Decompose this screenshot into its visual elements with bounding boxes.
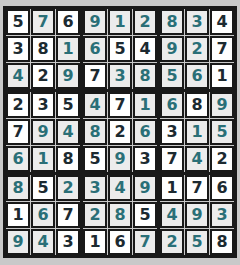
cell-r1c1[interactable]: 5 bbox=[6, 9, 30, 35]
cell-r2c2[interactable]: 8 bbox=[31, 36, 55, 62]
cell-r9c7[interactable]: 2 bbox=[160, 229, 184, 255]
cell-r3c2[interactable]: 2 bbox=[31, 63, 55, 89]
cell-r5c2[interactable]: 9 bbox=[31, 119, 55, 145]
cell-r7c8[interactable]: 7 bbox=[185, 175, 209, 201]
box-1-3: 834927561 bbox=[160, 9, 234, 89]
sudoku-board: 5763814299126547388349275612357946184718… bbox=[3, 6, 237, 258]
cell-r5c5[interactable]: 2 bbox=[108, 119, 132, 145]
cell-r3c4[interactable]: 7 bbox=[83, 63, 107, 89]
cell-r6c7[interactable]: 7 bbox=[160, 146, 184, 172]
cell-r9c8[interactable]: 5 bbox=[185, 229, 209, 255]
cell-r9c9[interactable]: 8 bbox=[210, 229, 234, 255]
cell-r6c6[interactable]: 3 bbox=[133, 146, 157, 172]
cell-r5c6[interactable]: 6 bbox=[133, 119, 157, 145]
cell-r7c7[interactable]: 1 bbox=[160, 175, 184, 201]
cell-r6c3[interactable]: 8 bbox=[56, 146, 80, 172]
cell-r8c5[interactable]: 8 bbox=[108, 202, 132, 228]
cell-r5c4[interactable]: 8 bbox=[83, 119, 107, 145]
cell-r8c7[interactable]: 4 bbox=[160, 202, 184, 228]
cell-r3c7[interactable]: 5 bbox=[160, 63, 184, 89]
cell-r1c8[interactable]: 3 bbox=[185, 9, 209, 35]
cell-r4c3[interactable]: 5 bbox=[56, 92, 80, 118]
cell-r8c8[interactable]: 9 bbox=[185, 202, 209, 228]
cell-r1c6[interactable]: 2 bbox=[133, 9, 157, 35]
box-2-1: 235794618 bbox=[6, 92, 80, 172]
cell-r3c1[interactable]: 4 bbox=[6, 63, 30, 89]
cell-r2c9[interactable]: 7 bbox=[210, 36, 234, 62]
cell-r4c8[interactable]: 8 bbox=[185, 92, 209, 118]
cell-r7c1[interactable]: 8 bbox=[6, 175, 30, 201]
cell-r7c9[interactable]: 6 bbox=[210, 175, 234, 201]
cell-r4c4[interactable]: 4 bbox=[83, 92, 107, 118]
cell-r9c3[interactable]: 3 bbox=[56, 229, 80, 255]
cell-r7c5[interactable]: 4 bbox=[108, 175, 132, 201]
cell-r8c4[interactable]: 2 bbox=[83, 202, 107, 228]
box-1-1: 576381429 bbox=[6, 9, 80, 89]
cell-r5c9[interactable]: 5 bbox=[210, 119, 234, 145]
cell-r9c5[interactable]: 6 bbox=[108, 229, 132, 255]
cell-r8c6[interactable]: 5 bbox=[133, 202, 157, 228]
cell-r2c4[interactable]: 6 bbox=[83, 36, 107, 62]
cell-r9c4[interactable]: 1 bbox=[83, 229, 107, 255]
cell-r7c6[interactable]: 9 bbox=[133, 175, 157, 201]
box-3-3: 176493258 bbox=[160, 175, 234, 255]
cell-r8c9[interactable]: 3 bbox=[210, 202, 234, 228]
cell-r6c8[interactable]: 4 bbox=[185, 146, 209, 172]
cell-r7c4[interactable]: 3 bbox=[83, 175, 107, 201]
cell-r3c9[interactable]: 1 bbox=[210, 63, 234, 89]
cell-r4c5[interactable]: 7 bbox=[108, 92, 132, 118]
box-3-1: 852167943 bbox=[6, 175, 80, 255]
cell-r7c3[interactable]: 2 bbox=[56, 175, 80, 201]
cell-r1c7[interactable]: 8 bbox=[160, 9, 184, 35]
cell-r1c4[interactable]: 9 bbox=[83, 9, 107, 35]
cell-r1c9[interactable]: 4 bbox=[210, 9, 234, 35]
cell-r9c2[interactable]: 4 bbox=[31, 229, 55, 255]
cell-r4c9[interactable]: 9 bbox=[210, 92, 234, 118]
cell-r1c3[interactable]: 6 bbox=[56, 9, 80, 35]
cell-r2c5[interactable]: 5 bbox=[108, 36, 132, 62]
cell-r9c1[interactable]: 9 bbox=[6, 229, 30, 255]
box-1-2: 912654738 bbox=[83, 9, 157, 89]
cell-r5c3[interactable]: 4 bbox=[56, 119, 80, 145]
cell-r4c2[interactable]: 3 bbox=[31, 92, 55, 118]
cell-r6c2[interactable]: 1 bbox=[31, 146, 55, 172]
cell-r1c2[interactable]: 7 bbox=[31, 9, 55, 35]
cell-r2c7[interactable]: 9 bbox=[160, 36, 184, 62]
cell-r3c5[interactable]: 3 bbox=[108, 63, 132, 89]
cell-r5c8[interactable]: 1 bbox=[185, 119, 209, 145]
cell-r6c4[interactable]: 5 bbox=[83, 146, 107, 172]
cell-r7c2[interactable]: 5 bbox=[31, 175, 55, 201]
cell-r6c5[interactable]: 9 bbox=[108, 146, 132, 172]
cell-r2c8[interactable]: 2 bbox=[185, 36, 209, 62]
box-2-2: 471826593 bbox=[83, 92, 157, 172]
cell-r4c6[interactable]: 1 bbox=[133, 92, 157, 118]
cell-r8c3[interactable]: 7 bbox=[56, 202, 80, 228]
cell-r5c7[interactable]: 3 bbox=[160, 119, 184, 145]
cell-r1c5[interactable]: 1 bbox=[108, 9, 132, 35]
cell-r5c1[interactable]: 7 bbox=[6, 119, 30, 145]
cell-r2c1[interactable]: 3 bbox=[6, 36, 30, 62]
cell-r3c8[interactable]: 6 bbox=[185, 63, 209, 89]
cell-r8c1[interactable]: 1 bbox=[6, 202, 30, 228]
cell-r9c6[interactable]: 7 bbox=[133, 229, 157, 255]
cell-r2c3[interactable]: 1 bbox=[56, 36, 80, 62]
cell-r4c1[interactable]: 2 bbox=[6, 92, 30, 118]
cell-r3c6[interactable]: 8 bbox=[133, 63, 157, 89]
cell-r6c9[interactable]: 2 bbox=[210, 146, 234, 172]
cell-r4c7[interactable]: 6 bbox=[160, 92, 184, 118]
box-3-2: 349285167 bbox=[83, 175, 157, 255]
box-2-3: 689315742 bbox=[160, 92, 234, 172]
cell-r8c2[interactable]: 6 bbox=[31, 202, 55, 228]
cell-r6c1[interactable]: 6 bbox=[6, 146, 30, 172]
cell-r2c6[interactable]: 4 bbox=[133, 36, 157, 62]
cell-r3c3[interactable]: 9 bbox=[56, 63, 80, 89]
